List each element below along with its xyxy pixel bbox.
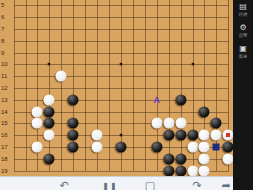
grid-line-vertical <box>49 0 50 171</box>
row-label: 5 <box>1 2 4 8</box>
black-stone[interactable] <box>115 141 126 152</box>
black-stone[interactable] <box>199 106 210 117</box>
black-stone[interactable] <box>68 94 79 105</box>
black-stone[interactable] <box>187 130 198 141</box>
sidebar-item-label: 菜单 <box>239 53 248 58</box>
row-label: 19 <box>1 168 8 174</box>
row-label: 18 <box>1 156 8 162</box>
grid-line-horizontal <box>14 88 230 89</box>
sidebar-item-label: 棋谱 <box>239 11 248 16</box>
white-stone[interactable] <box>163 118 174 129</box>
black-stone[interactable] <box>211 118 222 129</box>
white-stone[interactable] <box>32 141 43 152</box>
white-stone[interactable] <box>187 165 198 176</box>
black-stone[interactable] <box>175 94 186 105</box>
undo-icon[interactable]: ↶ <box>59 179 68 190</box>
white-stone[interactable] <box>44 130 55 141</box>
grid-line-horizontal <box>14 5 230 6</box>
white-stone[interactable] <box>187 141 198 152</box>
row-label: 14 <box>1 109 8 115</box>
bottom-toolbar: ↶❚❚▢↷➦ <box>0 176 233 190</box>
black-stone[interactable] <box>68 130 79 141</box>
panel-icon: ▤ <box>239 2 247 11</box>
grid-line-vertical <box>26 0 27 171</box>
pause-icon[interactable]: ❚❚ <box>102 181 117 190</box>
white-stone[interactable] <box>199 165 210 176</box>
white-stone[interactable] <box>92 130 103 141</box>
grid-line-vertical <box>181 0 182 171</box>
white-stone[interactable] <box>199 153 210 164</box>
star-point <box>48 63 51 66</box>
star-point <box>191 63 194 66</box>
black-stone[interactable] <box>175 130 186 141</box>
row-label: 16 <box>1 132 8 138</box>
black-stone[interactable] <box>151 141 162 152</box>
black-stone[interactable] <box>68 118 79 129</box>
stop-icon[interactable]: ▢ <box>145 179 155 190</box>
row-label: 6 <box>1 14 4 20</box>
row-label: 13 <box>1 97 8 103</box>
grid-line-horizontal <box>14 53 230 54</box>
go-board[interactable]: 5678910111213141516171819A <box>0 0 233 176</box>
go-app-window: 5678910111213141516171819A ▤棋谱⚙设置▣菜单 ↶❚❚… <box>0 0 253 190</box>
black-stone[interactable] <box>44 153 55 164</box>
grid-line-vertical <box>85 0 86 171</box>
right-sidebar: ▤棋谱⚙设置▣菜单 <box>233 0 253 190</box>
star-point <box>119 63 122 66</box>
row-label: 11 <box>1 73 7 79</box>
square-marker <box>213 143 220 150</box>
black-stone[interactable] <box>68 141 79 152</box>
row-label: 12 <box>1 85 8 91</box>
row-label: 9 <box>1 50 4 56</box>
white-stone[interactable] <box>199 130 210 141</box>
white-stone[interactable] <box>32 118 43 129</box>
white-stone[interactable] <box>211 130 222 141</box>
black-stone[interactable] <box>163 165 174 176</box>
sidebar-item-2[interactable]: ▣菜单 <box>238 44 248 59</box>
row-label: 7 <box>1 26 4 32</box>
grid-line-vertical <box>14 0 15 171</box>
gear-icon: ⚙ <box>239 23 246 32</box>
grid-line-vertical <box>133 0 134 171</box>
letter-marker: A <box>154 95 161 104</box>
white-stone[interactable] <box>56 71 67 82</box>
white-stone[interactable] <box>151 118 162 129</box>
star-point <box>119 134 122 137</box>
redo-icon[interactable]: ↷ <box>192 179 201 190</box>
white-stone[interactable] <box>92 141 103 152</box>
grid-line-horizontal <box>14 76 230 77</box>
grid-line-horizontal <box>14 41 230 42</box>
white-stone[interactable] <box>199 141 210 152</box>
white-stone[interactable] <box>175 118 186 129</box>
row-label: 8 <box>1 38 4 44</box>
black-stone[interactable] <box>163 153 174 164</box>
square-marker <box>226 133 230 137</box>
forward-icon[interactable]: ➦ <box>221 179 230 190</box>
grid-line-horizontal <box>14 17 230 18</box>
row-label: 17 <box>1 144 8 150</box>
black-stone[interactable] <box>44 106 55 117</box>
black-stone[interactable] <box>44 118 55 129</box>
sidebar-item-1[interactable]: ⚙设置 <box>238 23 248 38</box>
white-stone[interactable] <box>32 106 43 117</box>
grid-line-vertical <box>145 0 146 171</box>
row-label: 10 <box>1 61 8 67</box>
row-label: 15 <box>1 120 8 126</box>
black-stone[interactable] <box>175 153 186 164</box>
black-stone[interactable] <box>163 130 174 141</box>
grid-line-horizontal <box>14 29 230 30</box>
grid-line-vertical <box>169 0 170 171</box>
grid-line-vertical <box>109 0 110 171</box>
white-stone[interactable] <box>44 94 55 105</box>
sidebar-item-label: 设置 <box>239 32 248 37</box>
sidebar-item-0[interactable]: ▤棋谱 <box>238 2 248 17</box>
grid-line-vertical <box>61 0 62 171</box>
panel-icon: ▣ <box>239 44 247 53</box>
black-stone[interactable] <box>175 165 186 176</box>
